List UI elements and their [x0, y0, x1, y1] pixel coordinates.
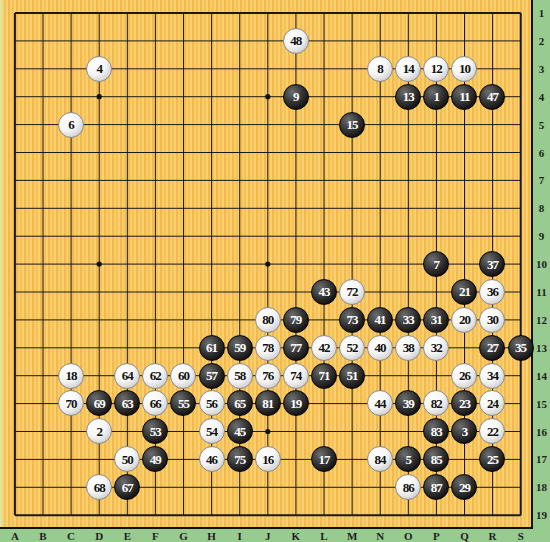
stone-black-69: 69	[86, 390, 112, 416]
stone-white-60: 60	[170, 363, 196, 389]
stone-black-27: 27	[479, 335, 505, 361]
stone-black-21: 21	[451, 279, 477, 305]
col-label-J: J	[265, 530, 271, 542]
col-label-O: O	[404, 530, 413, 542]
stone-black-7: 7	[423, 251, 449, 277]
stone-white-54: 54	[199, 418, 225, 444]
stone-black-77: 77	[283, 335, 309, 361]
stone-black-43: 43	[311, 279, 337, 305]
stone-black-31: 31	[423, 307, 449, 333]
col-label-D: D	[95, 530, 103, 542]
stone-white-64: 64	[114, 363, 140, 389]
stone-white-16: 16	[255, 446, 281, 472]
stone-white-76: 76	[255, 363, 281, 389]
stone-black-25: 25	[479, 446, 505, 472]
row-label-2: 2	[533, 35, 550, 47]
row-label-13: 13	[533, 342, 550, 354]
stone-black-59: 59	[227, 335, 253, 361]
stone-black-65: 65	[227, 390, 253, 416]
stone-black-9: 9	[283, 84, 309, 110]
row-label-15: 15	[533, 398, 550, 410]
stone-black-61: 61	[199, 335, 225, 361]
stone-white-22: 22	[479, 418, 505, 444]
stone-white-14: 14	[395, 56, 421, 82]
stone-black-17: 17	[311, 446, 337, 472]
stone-black-11: 11	[451, 84, 477, 110]
stone-white-58: 58	[227, 363, 253, 389]
stone-black-79: 79	[283, 307, 309, 333]
stone-white-24: 24	[479, 390, 505, 416]
stone-black-75: 75	[227, 446, 253, 472]
row-label-14: 14	[533, 370, 550, 382]
row-label-1: 1	[533, 7, 550, 19]
stone-black-53: 53	[142, 418, 168, 444]
stone-white-80: 80	[255, 307, 281, 333]
stone-black-83: 83	[423, 418, 449, 444]
stone-black-29: 29	[451, 474, 477, 500]
col-label-P: P	[433, 530, 440, 542]
col-label-L: L	[320, 530, 327, 542]
row-label-18: 18	[533, 481, 550, 493]
stone-white-82: 82	[423, 390, 449, 416]
stone-black-15: 15	[339, 112, 365, 138]
col-label-H: H	[207, 530, 216, 542]
stone-white-84: 84	[367, 446, 393, 472]
stone-white-8: 8	[367, 56, 393, 82]
stone-white-40: 40	[367, 335, 393, 361]
stone-white-52: 52	[339, 335, 365, 361]
stone-black-3: 3	[451, 418, 477, 444]
stone-black-1: 1	[423, 84, 449, 110]
stone-white-74: 74	[283, 363, 309, 389]
row-label-6: 6	[533, 147, 550, 159]
row-label-17: 17	[533, 453, 550, 465]
go-diagram: 1234567891011121314151617181920212223242…	[0, 0, 550, 542]
stone-black-73: 73	[339, 307, 365, 333]
stone-white-4: 4	[86, 56, 112, 82]
stone-white-42: 42	[311, 335, 337, 361]
col-label-B: B	[39, 530, 46, 542]
stone-white-72: 72	[339, 279, 365, 305]
stone-black-57: 57	[199, 363, 225, 389]
stone-black-55: 55	[170, 390, 196, 416]
stone-white-26: 26	[451, 363, 477, 389]
stone-white-66: 66	[142, 390, 168, 416]
row-label-19: 19	[533, 509, 550, 521]
stone-black-13: 13	[395, 84, 421, 110]
row-label-12: 12	[533, 314, 550, 326]
stone-black-5: 5	[395, 446, 421, 472]
row-label-10: 10	[533, 258, 550, 270]
stone-black-45: 45	[227, 418, 253, 444]
col-label-S: S	[518, 530, 524, 542]
stone-white-30: 30	[479, 307, 505, 333]
row-label-7: 7	[533, 174, 550, 186]
col-label-F: F	[152, 530, 159, 542]
stone-white-20: 20	[451, 307, 477, 333]
go-board[interactable]: 1234567891011121314151617181920212223242…	[1, 0, 535, 529]
stone-white-12: 12	[423, 56, 449, 82]
stone-white-2: 2	[86, 418, 112, 444]
stone-black-39: 39	[395, 390, 421, 416]
stone-black-85: 85	[423, 446, 449, 472]
col-label-C: C	[67, 530, 75, 542]
stone-white-10: 10	[451, 56, 477, 82]
stone-black-33: 33	[395, 307, 421, 333]
stone-white-18: 18	[58, 363, 84, 389]
stone-white-56: 56	[199, 390, 225, 416]
row-label-11: 11	[533, 286, 550, 298]
stone-black-87: 87	[423, 474, 449, 500]
stone-white-48: 48	[283, 28, 309, 54]
col-label-A: A	[11, 530, 19, 542]
stone-white-34: 34	[479, 363, 505, 389]
col-label-K: K	[292, 530, 301, 542]
col-label-I: I	[238, 530, 242, 542]
stone-black-81: 81	[255, 390, 281, 416]
stone-white-36: 36	[479, 279, 505, 305]
col-label-G: G	[179, 530, 188, 542]
stone-white-6: 6	[58, 112, 84, 138]
row-label-5: 5	[533, 119, 550, 131]
stone-black-51: 51	[339, 363, 365, 389]
row-label-3: 3	[533, 63, 550, 75]
stone-black-19: 19	[283, 390, 309, 416]
stone-white-32: 32	[423, 335, 449, 361]
stone-white-50: 50	[114, 446, 140, 472]
stone-black-41: 41	[367, 307, 393, 333]
stone-white-38: 38	[395, 335, 421, 361]
stone-white-70: 70	[58, 390, 84, 416]
row-label-9: 9	[533, 230, 550, 242]
col-label-N: N	[376, 530, 384, 542]
stone-black-49: 49	[142, 446, 168, 472]
stone-white-68: 68	[86, 474, 112, 500]
stone-white-46: 46	[199, 446, 225, 472]
col-label-M: M	[347, 530, 357, 542]
stone-white-44: 44	[367, 390, 393, 416]
stone-black-67: 67	[114, 474, 140, 500]
stone-white-62: 62	[142, 363, 168, 389]
col-label-R: R	[489, 530, 497, 542]
col-label-E: E	[124, 530, 131, 542]
stone-black-35: 35	[508, 335, 534, 361]
row-label-8: 8	[533, 202, 550, 214]
row-label-16: 16	[533, 426, 550, 438]
stone-black-37: 37	[479, 251, 505, 277]
stone-black-71: 71	[311, 363, 337, 389]
stone-black-47: 47	[479, 84, 505, 110]
stone-black-23: 23	[451, 390, 477, 416]
row-label-4: 4	[533, 91, 550, 103]
stone-white-78: 78	[255, 335, 281, 361]
stone-black-63: 63	[114, 390, 140, 416]
stone-white-86: 86	[395, 474, 421, 500]
col-label-Q: Q	[460, 530, 469, 542]
